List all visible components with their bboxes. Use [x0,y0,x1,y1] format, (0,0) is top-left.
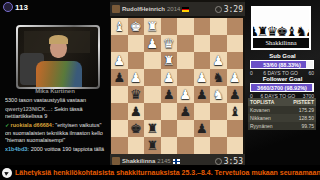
follower-goal-bar: 3660/3700 (98.92%) [250,83,314,92]
chat-username[interactable]: ruokiala d66684: [11,122,56,128]
square[interactable]: ♟ [210,52,227,69]
chat-message: qwerty123NICK…: Sekin tässä nettiartikke… [5,106,107,120]
follower-goal-label: Follower Goal [245,76,320,82]
square[interactable]: ♞ [210,69,227,86]
square[interactable] [210,18,227,35]
webcam-name: Mika Kurtinen [0,88,110,94]
clock-icon [215,6,222,13]
piece-wP[interactable]: ♟ [179,88,191,101]
square[interactable] [111,86,128,103]
follower-goal-value: 3660/3700 (98.92%) [251,85,313,91]
square[interactable] [227,52,244,69]
square[interactable]: ♝ [111,18,128,35]
piece-wP[interactable]: ♟ [229,71,241,84]
square[interactable] [144,86,161,103]
ticker-text: Lähetyksiä henkilökohtaisista shakkiturn… [15,169,320,176]
square[interactable] [111,35,128,52]
square[interactable]: ♟ [161,69,178,86]
square[interactable] [144,52,161,69]
square[interactable] [227,137,244,154]
square[interactable]: ♜ [144,137,161,154]
player-name-bottom: Shakkilinna [122,158,155,164]
chat-message: x1b4bd3: 2000 voittoa 190 tappiota tällä [5,146,107,153]
square[interactable] [161,137,178,154]
piece-wK[interactable]: ♚ [130,20,142,33]
piece-bP[interactable]: ♟ [130,105,142,118]
toplist-header-left: TOPLISTA [250,99,274,105]
square[interactable]: ♟ [128,69,145,86]
webcam-person-body [36,61,82,87]
channel-logo: ♟♜♛♚♝♞♟ Shakkilinna [251,6,311,50]
piece-wR[interactable]: ♜ [163,54,175,67]
chat-username[interactable]: qwerty123NICK…: [5,106,54,112]
piece-wP[interactable]: ♟ [146,37,158,50]
board-panel: RudolfHeinrich 2014 3:29 ♝♚♜♟♛♟♜♟♟♟♟♟♞♟♛… [110,0,245,180]
chat-log[interactable]: 5300 tason vastaustyyliä vastaanqwerty12… [5,97,107,155]
sub-goal-bar: 53/60 (88.33%) [250,60,314,69]
square[interactable]: ♟ [111,52,128,69]
square[interactable] [194,103,211,120]
piece-bR[interactable]: ♜ [146,122,158,135]
toplist-name: Kovanen [250,107,270,113]
piece-wR[interactable]: ♜ [146,20,158,33]
square[interactable] [210,137,227,154]
square[interactable]: ♜ [144,18,161,35]
player-avatar [112,157,120,165]
square[interactable] [177,35,194,52]
square[interactable]: ♚ [128,120,145,137]
square[interactable] [128,35,145,52]
square[interactable] [210,103,227,120]
square[interactable]: ♜ [161,52,178,69]
piece-bP[interactable]: ♟ [113,71,125,84]
square[interactable] [177,69,194,86]
toplist-header: TOPLISTAPISTEET [248,98,316,106]
toplist-row: Nikkanen128.50 [248,114,316,122]
piece-bK[interactable]: ♚ [130,122,142,135]
channel-logo-title: Shakkilinna [253,38,309,48]
piece-bN[interactable]: ♞ [212,71,224,84]
square[interactable] [128,137,145,154]
chat-text: 5300 tason vastaustyyliä vastaan [5,97,86,103]
square[interactable]: ♝ [227,103,244,120]
square[interactable] [227,18,244,35]
toplist: TOPLISTAPISTEETKovanen175.29Nikkanen128.… [248,98,316,130]
chat-username[interactable]: x1b4bd3: [5,146,31,152]
square[interactable]: ♟ [227,86,244,103]
square[interactable] [177,137,194,154]
sub-goal-label: Sub Goal [245,53,320,59]
player-avatar [112,5,120,13]
player-name-top: RudolfHeinrich [122,6,165,12]
viewer-icon [3,2,13,12]
square[interactable] [194,18,211,35]
piece-bP[interactable]: ♟ [196,88,208,101]
piece-bR[interactable]: ♜ [146,139,158,152]
toplist-name: Ryynänen [250,123,273,129]
square[interactable] [161,18,178,35]
toplist-name: Nikkanen [250,115,271,121]
square[interactable]: ♟ [194,69,211,86]
piece-bP[interactable]: ♟ [179,105,191,118]
square[interactable]: ♟ [177,103,194,120]
piece-wP[interactable]: ♟ [113,54,125,67]
toplist-header-right: PISTEET [293,99,314,105]
player-clock-top: 3:29 [224,5,243,14]
square[interactable] [111,137,128,154]
square[interactable]: ♟ [227,69,244,86]
chess-board[interactable]: ♝♚♜♟♛♟♜♟♟♟♟♟♞♟♛♟♟♟♞♟♟♟♝♚♜♟♜ [111,18,243,154]
webcam-frame [16,25,100,89]
square[interactable]: ♟ [161,86,178,103]
verified-badge-icon: ✓ [5,122,10,128]
viewer-count: 113 [15,3,28,12]
square[interactable]: ♟ [194,86,211,103]
square[interactable]: ♞ [210,86,227,103]
square[interactable] [210,35,227,52]
piece-wP[interactable]: ♟ [196,71,208,84]
square[interactable] [161,120,178,137]
square[interactable] [194,52,211,69]
stream-root: 113 Mika Kurtinen 5300 tason vastaustyyl… [0,0,320,180]
toplist-row: Kovanen175.29 [248,106,316,114]
chat-message: ✓ruokiala d66684: "erityisen vaikutus" o… [5,122,107,143]
square[interactable]: ♟ [144,35,161,52]
piece-wP[interactable]: ♟ [163,71,175,84]
square[interactable] [111,120,128,137]
viewer-badge: 113 [3,2,28,12]
chat-text: 2000 voittoa 190 tappiota tällä [31,146,104,152]
square[interactable]: ♟ [111,69,128,86]
chat-message: 5300 tason vastaustyyliä vastaan [5,97,107,104]
piece-wP[interactable]: ♟ [130,71,142,84]
square[interactable] [111,103,128,120]
webcam-person-hair [49,35,68,44]
square[interactable]: ♟ [128,103,145,120]
toplist-row: Ryynänen99.75 [248,122,316,130]
piece-bB[interactable]: ♝ [229,105,241,118]
square[interactable] [194,137,211,154]
sub-goal-value: 53/60 (88.33%) [251,62,313,68]
toplist-points: 128.50 [299,115,314,121]
square[interactable] [227,120,244,137]
flag-germany-icon [182,7,189,12]
square[interactable] [144,103,161,120]
player-rating-top: 2014 [167,6,180,12]
player-bar-top: RudolfHeinrich 2014 3:29 [110,2,245,16]
piece-bP[interactable]: ♟ [163,88,175,101]
square[interactable] [161,103,178,120]
ticker: Lähetyksiä henkilökohtaisista shakkiturn… [0,165,320,180]
piece-bP[interactable]: ♟ [196,122,208,135]
piece-wN[interactable]: ♞ [212,88,224,101]
player-rating-bottom: 2145 [157,158,170,164]
square[interactable]: ♛ [128,86,145,103]
piece-wQ[interactable]: ♛ [163,37,175,50]
square[interactable] [177,52,194,69]
piece-wP[interactable]: ♟ [212,54,224,67]
megaphone-icon [2,168,12,178]
square[interactable]: ♚ [128,18,145,35]
clock-icon [215,158,222,165]
left-panel: 113 Mika Kurtinen 5300 tason vastaustyyl… [0,0,110,180]
piece-wB[interactable]: ♝ [113,20,125,33]
toplist-points: 99.75 [301,123,314,129]
piece-bQ[interactable]: ♛ [130,88,142,101]
square[interactable] [227,35,244,52]
square[interactable]: ♟ [177,86,194,103]
square[interactable]: ♛ [161,35,178,52]
square[interactable]: ♟ [194,120,211,137]
chess-pieces-silhouette-icon: ♟♜♛♚♝♞♟ [253,8,309,38]
square[interactable] [177,120,194,137]
square[interactable]: ♜ [144,120,161,137]
toplist-points: 175.29 [299,107,314,113]
flag-finland-icon [173,159,180,164]
square[interactable] [144,69,161,86]
right-panel: ♟♜♛♚♝♞♟ Shakkilinna Sub Goal 53/60 (88.3… [245,0,320,180]
square[interactable] [194,35,211,52]
square[interactable] [210,120,227,137]
square[interactable] [177,18,194,35]
webcam-video [18,27,98,87]
square[interactable] [128,52,145,69]
piece-bP[interactable]: ♟ [229,88,241,101]
